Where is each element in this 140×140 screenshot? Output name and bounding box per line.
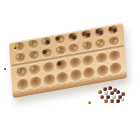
- stone[interactable]: [112, 28, 116, 33]
- pit-r4c8[interactable]: [109, 62, 122, 75]
- bead[interactable]: [4, 68, 6, 70]
- stone[interactable]: [59, 37, 63, 42]
- stone[interactable]: [57, 61, 61, 66]
- stone[interactable]: [19, 44, 23, 49]
- stone[interactable]: [73, 46, 77, 51]
- bead[interactable]: [116, 90, 120, 94]
- pit-r4c2[interactable]: [30, 76, 43, 89]
- pit-r4c4[interactable]: [56, 71, 69, 84]
- stone[interactable]: [87, 44, 91, 49]
- bead[interactable]: [118, 95, 122, 99]
- stone[interactable]: [60, 48, 64, 53]
- mancala-board: [9, 23, 127, 98]
- stone[interactable]: [21, 70, 25, 75]
- stone[interactable]: [86, 32, 90, 37]
- bead[interactable]: [104, 91, 108, 95]
- pit-r4c5[interactable]: [69, 69, 82, 82]
- pit-r4c3[interactable]: [43, 73, 56, 86]
- bead[interactable]: [103, 87, 107, 91]
- stone[interactable]: [46, 40, 50, 45]
- scene: [0, 0, 140, 140]
- stone[interactable]: [99, 30, 103, 35]
- bead[interactable]: [100, 95, 104, 99]
- stone[interactable]: [20, 55, 24, 60]
- stone[interactable]: [33, 53, 37, 58]
- bead[interactable]: [108, 86, 112, 90]
- bead[interactable]: [88, 101, 91, 104]
- stone[interactable]: [72, 35, 76, 40]
- bead[interactable]: [116, 99, 120, 103]
- stone[interactable]: [100, 41, 104, 46]
- pit-r4c7[interactable]: [96, 64, 109, 77]
- stone[interactable]: [113, 39, 117, 44]
- bead[interactable]: [113, 88, 117, 92]
- bead[interactable]: [112, 95, 116, 99]
- stone[interactable]: [30, 66, 34, 71]
- bead[interactable]: [98, 90, 102, 94]
- bead[interactable]: [121, 98, 124, 101]
- stone[interactable]: [46, 51, 50, 56]
- pit-r4c1[interactable]: [17, 78, 30, 91]
- bead[interactable]: [106, 95, 110, 99]
- stone[interactable]: [32, 42, 36, 47]
- bead[interactable]: [121, 92, 125, 96]
- bead[interactable]: [110, 99, 114, 103]
- bead[interactable]: [110, 91, 114, 95]
- bead[interactable]: [104, 99, 108, 103]
- pit-r4c6[interactable]: [83, 66, 96, 79]
